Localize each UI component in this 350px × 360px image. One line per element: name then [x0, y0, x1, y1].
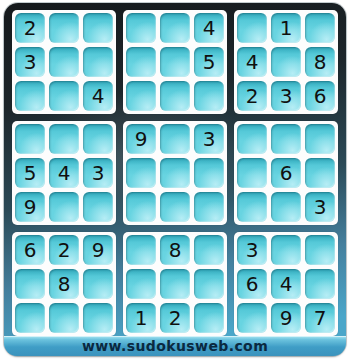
cell-r1c3[interactable]	[83, 13, 113, 43]
cell-r8c8[interactable]: 4	[271, 269, 301, 299]
box-2: 45	[123, 10, 227, 114]
box-7: 6298	[12, 232, 116, 336]
cell-r9c5[interactable]: 2	[160, 303, 190, 333]
cell-r1c9[interactable]	[305, 13, 335, 43]
cell-r9c2[interactable]	[49, 303, 79, 333]
cell-r6c1[interactable]: 9	[15, 192, 45, 222]
cell-r5c5[interactable]	[160, 158, 190, 188]
cell-r5c7[interactable]	[237, 158, 267, 188]
cell-r9c1[interactable]	[15, 303, 45, 333]
cell-r5c6[interactable]	[194, 158, 224, 188]
cell-r7c8[interactable]	[271, 235, 301, 265]
cell-r9c4[interactable]: 1	[126, 303, 156, 333]
cell-r1c6[interactable]: 4	[194, 13, 224, 43]
cell-r8c9[interactable]	[305, 269, 335, 299]
cell-r3c2[interactable]	[49, 81, 79, 111]
cell-r5c1[interactable]: 5	[15, 158, 45, 188]
cell-r5c8[interactable]: 6	[271, 158, 301, 188]
cell-r2c7[interactable]: 4	[237, 47, 267, 77]
site-url-link[interactable]: www.sudokusweb.com	[82, 338, 268, 354]
cell-r9c9[interactable]: 7	[305, 303, 335, 333]
cell-r3c8[interactable]: 3	[271, 81, 301, 111]
cell-r4c7[interactable]	[237, 124, 267, 154]
cell-r7c3[interactable]: 9	[83, 235, 113, 265]
cell-r1c4[interactable]	[126, 13, 156, 43]
cell-r1c8[interactable]: 1	[271, 13, 301, 43]
cell-r3c7[interactable]: 2	[237, 81, 267, 111]
cell-r5c3[interactable]: 3	[83, 158, 113, 188]
cell-r7c2[interactable]: 2	[49, 235, 79, 265]
cell-r9c7[interactable]	[237, 303, 267, 333]
cell-r7c7[interactable]: 3	[237, 235, 267, 265]
cell-r2c6[interactable]: 5	[194, 47, 224, 77]
cell-r8c5[interactable]	[160, 269, 190, 299]
box-9: 36497	[234, 232, 338, 336]
footer-band: www.sudokusweb.com	[4, 336, 346, 356]
cell-r6c9[interactable]: 3	[305, 192, 335, 222]
cell-r9c3[interactable]	[83, 303, 113, 333]
cell-r9c8[interactable]: 9	[271, 303, 301, 333]
cell-r2c1[interactable]: 3	[15, 47, 45, 77]
cell-r8c7[interactable]: 6	[237, 269, 267, 299]
cell-r4c5[interactable]	[160, 124, 190, 154]
box-8: 812	[123, 232, 227, 336]
cell-r3c6[interactable]	[194, 81, 224, 111]
cell-r8c3[interactable]	[83, 269, 113, 299]
cell-r6c5[interactable]	[160, 192, 190, 222]
cell-r1c5[interactable]	[160, 13, 190, 43]
cell-r6c3[interactable]	[83, 192, 113, 222]
cell-r4c2[interactable]	[49, 124, 79, 154]
cell-r8c1[interactable]	[15, 269, 45, 299]
cell-r1c1[interactable]: 2	[15, 13, 45, 43]
cell-r4c1[interactable]	[15, 124, 45, 154]
cell-r4c8[interactable]	[271, 124, 301, 154]
cell-r2c8[interactable]	[271, 47, 301, 77]
cell-r1c2[interactable]	[49, 13, 79, 43]
cell-r4c9[interactable]	[305, 124, 335, 154]
cell-r3c4[interactable]	[126, 81, 156, 111]
cell-r3c5[interactable]	[160, 81, 190, 111]
cell-r7c1[interactable]: 6	[15, 235, 45, 265]
cell-r2c9[interactable]: 8	[305, 47, 335, 77]
cell-r2c3[interactable]	[83, 47, 113, 77]
cell-r5c2[interactable]: 4	[49, 158, 79, 188]
cell-r6c4[interactable]	[126, 192, 156, 222]
cell-r2c2[interactable]	[49, 47, 79, 77]
cell-r7c5[interactable]: 8	[160, 235, 190, 265]
cell-r8c4[interactable]	[126, 269, 156, 299]
cell-r4c4[interactable]: 9	[126, 124, 156, 154]
cell-r6c6[interactable]	[194, 192, 224, 222]
cell-r3c9[interactable]: 6	[305, 81, 335, 111]
cell-r6c2[interactable]	[49, 192, 79, 222]
box-4: 5439	[12, 121, 116, 225]
cell-r1c7[interactable]	[237, 13, 267, 43]
cell-r8c2[interactable]: 8	[49, 269, 79, 299]
puzzle-frame: 2344514823654399363629881236497 www.sudo…	[4, 3, 346, 356]
cell-r2c5[interactable]	[160, 47, 190, 77]
cell-r5c4[interactable]	[126, 158, 156, 188]
cell-r4c6[interactable]: 3	[194, 124, 224, 154]
cell-r7c4[interactable]	[126, 235, 156, 265]
box-1: 234	[12, 10, 116, 114]
box-5: 93	[123, 121, 227, 225]
sudoku-board: 2344514823654399363629881236497	[12, 10, 338, 336]
cell-r8c6[interactable]	[194, 269, 224, 299]
cell-r6c7[interactable]	[237, 192, 267, 222]
cell-r2c4[interactable]	[126, 47, 156, 77]
box-3: 148236	[234, 10, 338, 114]
box-6: 63	[234, 121, 338, 225]
cell-r9c6[interactable]	[194, 303, 224, 333]
cell-r3c1[interactable]	[15, 81, 45, 111]
cell-r3c3[interactable]: 4	[83, 81, 113, 111]
cell-r6c8[interactable]	[271, 192, 301, 222]
cell-r7c6[interactable]	[194, 235, 224, 265]
cell-r7c9[interactable]	[305, 235, 335, 265]
cell-r5c9[interactable]	[305, 158, 335, 188]
cell-r4c3[interactable]	[83, 124, 113, 154]
